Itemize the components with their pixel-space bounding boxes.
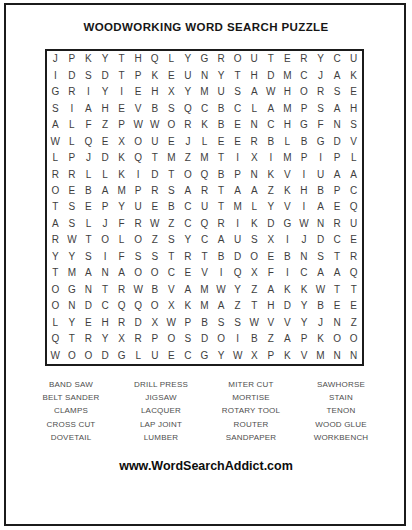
grid-cell-r7c10: M xyxy=(196,150,213,166)
grid-cell-r9c10: R xyxy=(196,183,213,199)
grid-cell-r9c11: T xyxy=(213,183,230,199)
grid-cell-r10c10: U xyxy=(196,199,213,215)
grid-cell-r9c1: O xyxy=(47,183,64,199)
grid-cell-r15c4: T xyxy=(97,282,114,298)
grid-cell-r15c18: T xyxy=(329,282,346,298)
grid-cell-r10c15: V xyxy=(279,199,296,215)
word-item: JIGSAW xyxy=(116,391,206,404)
grid-cell-r18c19: O xyxy=(345,331,362,347)
grid-cell-r16c18: E xyxy=(329,298,346,314)
grid-cell-r17c18: N xyxy=(329,315,346,331)
grid-cell-r3c17: R xyxy=(312,84,329,100)
word-item: BELT SANDER xyxy=(26,391,116,404)
grid-cell-r5c11: B xyxy=(213,117,230,133)
word-item: ROTARY TOOL xyxy=(206,404,296,417)
grid-cell-r2c18: A xyxy=(329,67,346,83)
grid-cell-r7c12: I xyxy=(229,150,246,166)
grid-cell-r8c6: I xyxy=(130,166,147,182)
grid-cell-r5c17: F xyxy=(312,117,329,133)
grid-cell-r13c15: B xyxy=(279,249,296,265)
grid-cell-r6c10: L xyxy=(196,133,213,149)
word-item: CROSS CUT xyxy=(26,418,116,431)
grid-cell-r8c18: A xyxy=(329,166,346,182)
grid-cell-r15c5: R xyxy=(113,282,130,298)
grid-cell-r13c12: D xyxy=(229,249,246,265)
grid-cell-r19c14: P xyxy=(263,348,280,364)
word-list-column-2: DRILL PRESSJIGSAWLACQUERLAP JOINTLUMBER xyxy=(116,378,206,444)
grid-cell-r3c4: Y xyxy=(97,84,114,100)
grid-cell-r7c1: L xyxy=(47,150,64,166)
grid-cell-r6c3: Q xyxy=(80,133,97,149)
grid-cell-r4c8: S xyxy=(163,100,180,116)
grid-cell-r18c1: Q xyxy=(47,331,64,347)
word-search-grid: JPKYTHQLYGROUTERYCUIDSDTPKEUNYTHDMCJAKGR… xyxy=(45,49,364,366)
grid-cell-r3c16: O xyxy=(296,84,313,100)
grid-cell-r4c19: H xyxy=(345,100,362,116)
word-item: STAIN xyxy=(296,391,386,404)
grid-cell-r8c5: K xyxy=(113,166,130,182)
grid-cell-r2c8: E xyxy=(163,67,180,83)
grid-cell-r9c19: C xyxy=(345,183,362,199)
grid-cell-r2c11: Y xyxy=(213,67,230,83)
grid-cell-r4c11: B xyxy=(213,100,230,116)
grid-cell-r19c1: W xyxy=(47,348,64,364)
grid-cell-r18c18: O xyxy=(329,331,346,347)
grid-cell-r1c5: T xyxy=(113,51,130,67)
grid-cell-r13c11: B xyxy=(213,249,230,265)
grid-cell-r5c16: G xyxy=(296,117,313,133)
grid-cell-r13c19: R xyxy=(345,249,362,265)
grid-cell-r19c5: G xyxy=(113,348,130,364)
grid-cell-r6c15: L xyxy=(279,133,296,149)
grid-cell-r1c10: G xyxy=(196,51,213,67)
grid-cell-r1c17: Y xyxy=(312,51,329,67)
grid-cell-r4c1: S xyxy=(47,100,64,116)
grid-cell-r18c17: K xyxy=(312,331,329,347)
grid-cell-r17c13: W xyxy=(246,315,263,331)
grid-cell-r3c12: S xyxy=(229,84,246,100)
grid-cell-r11c14: D xyxy=(263,216,280,232)
grid-cell-r10c11: T xyxy=(213,199,230,215)
grid-cell-r10c19: Q xyxy=(345,199,362,215)
grid-cell-r7c14: I xyxy=(263,150,280,166)
grid-cell-r19c2: O xyxy=(64,348,81,364)
word-list-column-3: MITER CUTMORTISEROTARY TOOLROUTERSANDPAP… xyxy=(206,378,296,444)
grid-cell-r6c13: R xyxy=(246,133,263,149)
grid-cell-r7c9: Z xyxy=(180,150,197,166)
grid-cell-r7c7: T xyxy=(146,150,163,166)
grid-cell-r18c16: P xyxy=(296,331,313,347)
grid-cell-r17c16: Y xyxy=(296,315,313,331)
grid-cell-r13c1: Y xyxy=(47,249,64,265)
grid-cell-r6c19: V xyxy=(345,133,362,149)
grid-cell-r8c11: B xyxy=(213,166,230,182)
grid-cell-r14c9: E xyxy=(180,265,197,281)
grid-cell-r14c8: C xyxy=(163,265,180,281)
grid-cell-r16c19: E xyxy=(345,298,362,314)
grid-cell-r3c19: E xyxy=(345,84,362,100)
grid-cell-r19c13: X xyxy=(246,348,263,364)
grid-cell-r15c12: Y xyxy=(229,282,246,298)
grid-cell-r12c17: D xyxy=(312,232,329,248)
grid-cell-r5c6: W xyxy=(130,117,147,133)
grid-cell-r7c3: J xyxy=(80,150,97,166)
grid-cell-r7c2: P xyxy=(64,150,81,166)
grid-cell-r3c10: M xyxy=(196,84,213,100)
grid-cell-r15c19: T xyxy=(345,282,362,298)
grid-cell-r9c3: B xyxy=(80,183,97,199)
grid-cell-r16c10: M xyxy=(196,298,213,314)
grid-cell-r3c11: U xyxy=(213,84,230,100)
grid-cell-r7c13: X xyxy=(246,150,263,166)
grid-cell-r16c17: B xyxy=(312,298,329,314)
grid-cell-r11c10: Q xyxy=(196,216,213,232)
grid-cell-r2c10: N xyxy=(196,67,213,83)
grid-cell-r16c16: Y xyxy=(296,298,313,314)
grid-cell-r16c3: D xyxy=(80,298,97,314)
grid-cell-r9c7: R xyxy=(146,183,163,199)
grid-cell-r7c15: M xyxy=(279,150,296,166)
grid-cell-r5c9: R xyxy=(180,117,197,133)
grid-cell-r12c9: Y xyxy=(180,232,197,248)
word-item: MORTISE xyxy=(206,391,296,404)
grid-cell-r4c12: C xyxy=(229,100,246,116)
grid-cell-r14c4: N xyxy=(97,265,114,281)
grid-cell-r17c11: S xyxy=(213,315,230,331)
grid-cell-r3c6: E xyxy=(130,84,147,100)
grid-cell-r1c2: P xyxy=(64,51,81,67)
grid-cell-r6c9: J xyxy=(180,133,197,149)
grid-cell-r8c3: L xyxy=(80,166,97,182)
grid-cell-r16c6: Q xyxy=(130,298,147,314)
grid-cell-r17c4: H xyxy=(97,315,114,331)
word-item: WORKBENCH xyxy=(296,431,386,444)
grid-cell-r10c2: S xyxy=(64,199,81,215)
grid-cell-r15c8: V xyxy=(163,282,180,298)
grid-cell-r15c13: Z xyxy=(246,282,263,298)
grid-cell-r15c9: A xyxy=(180,282,197,298)
grid-cell-r10c8: B xyxy=(163,199,180,215)
grid-cell-r15c6: W xyxy=(130,282,147,298)
grid-cell-r7c5: K xyxy=(113,150,130,166)
grid-cell-r9c17: B xyxy=(312,183,329,199)
grid-cell-r8c17: U xyxy=(312,166,329,182)
grid-cell-r3c1: G xyxy=(47,84,64,100)
grid-cell-r13c6: S xyxy=(130,249,147,265)
grid-cell-r8c12: P xyxy=(229,166,246,182)
grid-cell-r11c12: I xyxy=(229,216,246,232)
grid-cell-r11c4: J xyxy=(97,216,114,232)
grid-cell-r17c5: R xyxy=(113,315,130,331)
grid-cell-r1c18: C xyxy=(329,51,346,67)
grid-cell-r17c12: S xyxy=(229,315,246,331)
grid-cell-r13c3: S xyxy=(80,249,97,265)
grid-cell-r13c5: F xyxy=(113,249,130,265)
grid-cell-r6c8: E xyxy=(163,133,180,149)
grid-cell-r5c12: E xyxy=(229,117,246,133)
grid-cell-r17c7: X xyxy=(146,315,163,331)
grid-cell-r2c15: M xyxy=(279,67,296,83)
grid-cell-r5c3: F xyxy=(80,117,97,133)
grid-cell-r1c16: R xyxy=(296,51,313,67)
grid-cell-r18c3: R xyxy=(80,331,97,347)
grid-cell-r16c7: O xyxy=(146,298,163,314)
grid-cell-r12c6: O xyxy=(130,232,147,248)
grid-cell-r5c10: K xyxy=(196,117,213,133)
grid-cell-r9c18: P xyxy=(329,183,346,199)
grid-cell-r18c14: Z xyxy=(263,331,280,347)
grid-cell-r5c19: S xyxy=(345,117,362,133)
grid-cell-r2c17: J xyxy=(312,67,329,83)
grid-cell-r19c19: N xyxy=(345,348,362,364)
grid-cell-r5c5: P xyxy=(113,117,130,133)
word-item: CLAMPS xyxy=(26,404,116,417)
grid-cell-r2c5: T xyxy=(113,67,130,83)
grid-cell-r5c7: W xyxy=(146,117,163,133)
puzzle-page: WOODWORKING WORD SEARCH PUZZLE JPKYTHQLY… xyxy=(0,0,412,530)
grid-cell-r9c14: Z xyxy=(263,183,280,199)
grid-cell-r2c19: K xyxy=(345,67,362,83)
grid-cell-r5c4: Z xyxy=(97,117,114,133)
grid-cell-r17c3: E xyxy=(80,315,97,331)
grid-cell-r15c7: B xyxy=(146,282,163,298)
word-item: LUMBER xyxy=(116,431,206,444)
grid-cell-r16c12: Z xyxy=(229,298,246,314)
grid-cell-r14c16: C xyxy=(296,265,313,281)
grid-cell-r4c15: M xyxy=(279,100,296,116)
grid-cell-r2c9: U xyxy=(180,67,197,83)
grid-cell-r11c18: R xyxy=(329,216,346,232)
grid-cell-r16c1: O xyxy=(47,298,64,314)
grid-cell-r7c17: I xyxy=(312,150,329,166)
word-item: DOVETAIL xyxy=(26,431,116,444)
grid-cell-r4c7: B xyxy=(146,100,163,116)
grid-cell-r1c15: E xyxy=(279,51,296,67)
grid-cell-r3c2: R xyxy=(64,84,81,100)
puzzle-title: WOODWORKING WORD SEARCH PUZZLE xyxy=(0,21,412,33)
grid-cell-r16c9: K xyxy=(180,298,197,314)
grid-cell-r9c4: A xyxy=(97,183,114,199)
grid-cell-r13c4: I xyxy=(97,249,114,265)
grid-cell-r7c6: Q xyxy=(130,150,147,166)
grid-cell-r19c18: N xyxy=(329,348,346,364)
grid-cell-r1c7: Q xyxy=(146,51,163,67)
word-item: SAWHORSE xyxy=(296,378,386,391)
grid-cell-r1c6: H xyxy=(130,51,147,67)
grid-cell-r4c14: A xyxy=(263,100,280,116)
grid-cell-r11c19: U xyxy=(345,216,362,232)
grid-cell-r4c16: P xyxy=(296,100,313,116)
grid-cell-r19c4: D xyxy=(97,348,114,364)
grid-cell-r3c7: H xyxy=(146,84,163,100)
grid-cell-r5c13: N xyxy=(246,117,263,133)
grid-cell-r2c16: C xyxy=(296,67,313,83)
grid-cell-r4c5: E xyxy=(113,100,130,116)
grid-cell-r11c13: K xyxy=(246,216,263,232)
grid-cell-r17c17: J xyxy=(312,315,329,331)
grid-cell-r5c18: N xyxy=(329,117,346,133)
grid-cell-r14c7: O xyxy=(146,265,163,281)
grid-cell-r19c8: E xyxy=(163,348,180,364)
grid-cell-r2c6: P xyxy=(130,67,147,83)
grid-cell-r8c7: D xyxy=(146,166,163,182)
grid-cell-r8c13: N xyxy=(246,166,263,182)
grid-cell-r16c5: Q xyxy=(113,298,130,314)
grid-cell-r13c13: O xyxy=(246,249,263,265)
grid-cell-r1c4: Y xyxy=(97,51,114,67)
grid-cell-r15c11: W xyxy=(213,282,230,298)
grid-cell-r4c13: L xyxy=(246,100,263,116)
grid-cell-r13c8: T xyxy=(163,249,180,265)
word-item: TENON xyxy=(296,404,386,417)
grid-cell-r11c15: G xyxy=(279,216,296,232)
grid-cell-r1c11: R xyxy=(213,51,230,67)
grid-cell-r10c13: L xyxy=(246,199,263,215)
grid-cell-r12c7: Z xyxy=(146,232,163,248)
grid-cell-r17c1: L xyxy=(47,315,64,331)
grid-cell-r14c17: A xyxy=(312,265,329,281)
grid-cell-r12c16: J xyxy=(296,232,313,248)
grid-cell-r2c1: I xyxy=(47,67,64,83)
word-item: MITER CUT xyxy=(206,378,296,391)
grid-cell-r8c2: R xyxy=(64,166,81,182)
grid-cell-r16c4: C xyxy=(97,298,114,314)
grid-cell-r10c18: E xyxy=(329,199,346,215)
grid-cell-r8c10: Q xyxy=(196,166,213,182)
grid-cell-r18c8: O xyxy=(163,331,180,347)
word-item: ROUTER xyxy=(206,418,296,431)
grid-cell-r13c16: N xyxy=(296,249,313,265)
grid-cell-r5c14: C xyxy=(263,117,280,133)
grid-cell-r11c7: W xyxy=(146,216,163,232)
grid-cell-r19c7: U xyxy=(146,348,163,364)
grid-cell-r14c1: T xyxy=(47,265,64,281)
grid-cell-r18c4: Y xyxy=(97,331,114,347)
grid-cell-r7c11: T xyxy=(213,150,230,166)
grid-cell-r6c14: B xyxy=(263,133,280,149)
grid-cell-r15c1: O xyxy=(47,282,64,298)
grid-cell-r7c16: P xyxy=(296,150,313,166)
grid-cell-r14c6: O xyxy=(130,265,147,281)
grid-cell-r19c3: O xyxy=(80,348,97,364)
grid-cell-r16c8: X xyxy=(163,298,180,314)
grid-cell-r7c18: P xyxy=(329,150,346,166)
grid-cell-r6c18: D xyxy=(329,133,346,149)
grid-cell-r6c7: U xyxy=(146,133,163,149)
grid-cell-r15c17: W xyxy=(312,282,329,298)
grid-cell-r9c2: E xyxy=(64,183,81,199)
grid-cell-r18c2: T xyxy=(64,331,81,347)
word-item: WOOD GLUE xyxy=(296,418,386,431)
grid-cell-r14c12: Q xyxy=(229,265,246,281)
grid-cell-r15c2: G xyxy=(64,282,81,298)
grid-cell-r18c5: X xyxy=(113,331,130,347)
grid-cell-r2c3: S xyxy=(80,67,97,83)
grid-cell-r18c12: I xyxy=(229,331,246,347)
grid-cell-r14c18: A xyxy=(329,265,346,281)
grid-cell-r12c13: S xyxy=(246,232,263,248)
grid-cell-r16c11: A xyxy=(213,298,230,314)
grid-cell-r14c14: F xyxy=(263,265,280,281)
grid-cell-r17c15: V xyxy=(279,315,296,331)
grid-cell-r19c11: Y xyxy=(213,348,230,364)
grid-cell-r4c3: A xyxy=(80,100,97,116)
website-url-link[interactable]: www.WordSearchAddict.com xyxy=(0,459,412,473)
grid-cell-r8c8: T xyxy=(163,166,180,182)
grid-cell-r15c14: A xyxy=(263,282,280,298)
grid-cell-r12c14: X xyxy=(263,232,280,248)
grid-cell-r1c1: J xyxy=(47,51,64,67)
grid-cell-r11c6: R xyxy=(130,216,147,232)
grid-cell-r17c8: W xyxy=(163,315,180,331)
grid-cell-r3c3: I xyxy=(80,84,97,100)
grid-cell-r4c17: S xyxy=(312,100,329,116)
grid-cell-r6c2: L xyxy=(64,133,81,149)
grid-cell-r13c7: S xyxy=(146,249,163,265)
grid-cell-r8c14: K xyxy=(263,166,280,182)
grid-cell-r3c14: W xyxy=(263,84,280,100)
grid-cell-r4c9: Q xyxy=(180,100,197,116)
grid-cell-r4c18: A xyxy=(329,100,346,116)
grid-cell-r18c7: P xyxy=(146,331,163,347)
grid-cell-r12c3: T xyxy=(80,232,97,248)
grid-cell-r18c6: R xyxy=(130,331,147,347)
grid-cell-r1c12: O xyxy=(229,51,246,67)
grid-cell-r3c15: H xyxy=(279,84,296,100)
word-item: SANDPAPER xyxy=(206,431,296,444)
grid-cell-r18c10: D xyxy=(196,331,213,347)
grid-cell-r10c5: Y xyxy=(113,199,130,215)
grid-cell-r12c11: A xyxy=(213,232,230,248)
grid-cell-r9c15: K xyxy=(279,183,296,199)
grid-cell-r14c13: X xyxy=(246,265,263,281)
grid-cell-r12c4: O xyxy=(97,232,114,248)
grid-cell-r6c1: W xyxy=(47,133,64,149)
grid-cell-r5c8: O xyxy=(163,117,180,133)
grid-cell-r10c4: P xyxy=(97,199,114,215)
grid-cell-r6c16: B xyxy=(296,133,313,149)
grid-cell-r6c6: O xyxy=(130,133,147,149)
grid-cell-r12c19: E xyxy=(345,232,362,248)
grid-cell-r6c12: E xyxy=(229,133,246,149)
grid-cell-r1c9: Y xyxy=(180,51,197,67)
grid-cell-r19c12: W xyxy=(229,348,246,364)
grid-cell-r10c7: E xyxy=(146,199,163,215)
grid-cell-r9c8: S xyxy=(163,183,180,199)
grid-cell-r3c18: S xyxy=(329,84,346,100)
grid-cell-r8c4: L xyxy=(97,166,114,182)
grid-cell-r4c6: V xyxy=(130,100,147,116)
grid-cell-r11c11: R xyxy=(213,216,230,232)
grid-cell-r19c16: V xyxy=(296,348,313,364)
grid-cell-r16c13: T xyxy=(246,298,263,314)
grid-cell-r8c1: R xyxy=(47,166,64,182)
grid-cell-r7c4: D xyxy=(97,150,114,166)
grid-cell-r9c9: A xyxy=(180,183,197,199)
grid-cell-r7c19: L xyxy=(345,150,362,166)
grid-cell-r15c10: M xyxy=(196,282,213,298)
grid-cell-r3c9: Y xyxy=(180,84,197,100)
grid-cell-r14c11: I xyxy=(213,265,230,281)
grid-cell-r12c1: R xyxy=(47,232,64,248)
grid-cell-r1c3: K xyxy=(80,51,97,67)
grid-cell-r16c14: H xyxy=(263,298,280,314)
grid-cell-r11c9: C xyxy=(180,216,197,232)
grid-cell-r9c6: P xyxy=(130,183,147,199)
grid-cell-r14c19: Q xyxy=(345,265,362,281)
grid-cell-r10c14: Y xyxy=(263,199,280,215)
grid-cell-r12c2: W xyxy=(64,232,81,248)
